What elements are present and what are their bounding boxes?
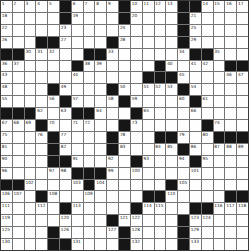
grid-cell[interactable]: 21 — [190, 13, 201, 24]
grid-cell[interactable] — [166, 49, 177, 60]
grid-cell[interactable] — [131, 61, 142, 72]
grid-cell[interactable]: 100 — [131, 168, 142, 179]
grid-cell[interactable] — [48, 203, 59, 214]
grid-cell[interactable] — [95, 13, 106, 24]
grid-cell[interactable]: 72 — [84, 120, 95, 131]
grid-cell[interactable] — [155, 180, 166, 191]
grid-cell[interactable]: 52 — [155, 84, 166, 95]
grid-cell[interactable] — [237, 25, 248, 36]
grid-cell[interactable]: 76 — [36, 132, 47, 143]
grid-cell[interactable] — [237, 239, 248, 250]
grid-cell[interactable]: 25 — [190, 25, 201, 36]
grid-cell[interactable]: 69 — [25, 120, 36, 131]
grid-cell[interactable] — [84, 72, 95, 83]
grid-cell[interactable] — [84, 203, 95, 214]
grid-cell[interactable]: 102 — [25, 180, 36, 191]
grid-cell[interactable] — [131, 191, 142, 202]
grid-cell[interactable]: 101 — [190, 168, 201, 179]
grid-cell[interactable]: 133 — [190, 239, 201, 250]
grid-cell[interactable] — [202, 239, 213, 250]
grid-cell[interactable]: 62 — [36, 108, 47, 119]
grid-cell[interactable]: 42 — [202, 61, 213, 72]
grid-cell[interactable] — [143, 132, 154, 143]
grid-cell[interactable] — [72, 37, 83, 48]
grid-cell[interactable]: 29 — [190, 37, 201, 48]
grid-cell[interactable] — [25, 215, 36, 226]
grid-cell[interactable] — [95, 25, 106, 36]
grid-cell[interactable] — [13, 168, 24, 179]
grid-cell[interactable] — [36, 72, 47, 83]
grid-cell[interactable] — [131, 84, 142, 95]
grid-cell[interactable] — [225, 25, 236, 36]
grid-cell[interactable] — [166, 37, 177, 48]
grid-cell[interactable] — [131, 132, 142, 143]
grid-cell[interactable]: 122 — [131, 215, 142, 226]
grid-cell[interactable] — [13, 37, 24, 48]
grid-cell[interactable] — [237, 168, 248, 179]
grid-cell[interactable]: 70 — [48, 120, 59, 131]
grid-cell[interactable] — [214, 37, 225, 48]
grid-cell[interactable] — [131, 49, 142, 60]
grid-cell[interactable] — [143, 25, 154, 36]
grid-cell[interactable]: 89 — [237, 144, 248, 155]
grid-cell[interactable] — [214, 61, 225, 72]
grid-cell[interactable] — [13, 13, 24, 24]
grid-cell[interactable] — [225, 156, 236, 167]
grid-cell[interactable] — [131, 72, 142, 83]
grid-cell[interactable] — [155, 120, 166, 131]
grid-cell[interactable] — [13, 72, 24, 83]
grid-cell[interactable] — [237, 108, 248, 119]
grid-cell[interactable]: 79 — [178, 132, 189, 143]
grid-cell[interactable] — [225, 120, 236, 131]
grid-cell[interactable] — [143, 168, 154, 179]
grid-cell[interactable] — [166, 168, 177, 179]
grid-cell[interactable]: 27 — [60, 37, 71, 48]
grid-cell[interactable]: 7 — [84, 1, 95, 12]
grid-cell[interactable] — [95, 215, 106, 226]
grid-cell[interactable]: 108 — [48, 191, 59, 202]
grid-cell[interactable] — [190, 191, 201, 202]
grid-cell[interactable]: 30 — [25, 49, 36, 60]
grid-cell[interactable]: 23 — [60, 25, 71, 36]
grid-cell[interactable]: 54 — [190, 84, 201, 95]
grid-cell[interactable] — [119, 156, 130, 167]
grid-cell[interactable] — [143, 96, 154, 107]
grid-cell[interactable]: 60 — [178, 96, 189, 107]
grid-cell[interactable] — [95, 96, 106, 107]
grid-cell[interactable] — [72, 215, 83, 226]
grid-cell[interactable] — [214, 156, 225, 167]
grid-cell[interactable]: 98 — [60, 168, 71, 179]
grid-cell[interactable] — [107, 72, 118, 83]
grid-cell[interactable]: 78 — [119, 132, 130, 143]
grid-cell[interactable] — [107, 180, 118, 191]
grid-cell[interactable]: 44 — [72, 72, 83, 83]
grid-cell[interactable] — [155, 156, 166, 167]
grid-cell[interactable] — [237, 49, 248, 60]
grid-cell[interactable]: 24 — [119, 25, 130, 36]
grid-cell[interactable] — [131, 37, 142, 48]
grid-cell[interactable] — [107, 203, 118, 214]
grid-cell[interactable] — [13, 215, 24, 226]
grid-cell[interactable] — [225, 215, 236, 226]
grid-cell[interactable] — [107, 120, 118, 131]
grid-cell[interactable]: 75 — [1, 132, 12, 143]
grid-cell[interactable] — [107, 25, 118, 36]
grid-cell[interactable] — [25, 239, 36, 250]
grid-cell[interactable]: 5 — [48, 1, 59, 12]
grid-cell[interactable] — [95, 144, 106, 155]
grid-cell[interactable] — [48, 215, 59, 226]
grid-cell[interactable]: 71 — [72, 120, 83, 131]
grid-cell[interactable] — [202, 227, 213, 238]
grid-cell[interactable]: 123 — [190, 215, 201, 226]
grid-cell[interactable] — [155, 49, 166, 60]
grid-cell[interactable] — [95, 37, 106, 48]
grid-cell[interactable]: 120 — [60, 215, 71, 226]
grid-cell[interactable] — [13, 96, 24, 107]
grid-cell[interactable]: 37 — [13, 61, 24, 72]
grid-cell[interactable]: 48 — [1, 84, 12, 95]
grid-cell[interactable]: 9 — [107, 1, 118, 12]
grid-cell[interactable]: 110 — [166, 191, 177, 202]
grid-cell[interactable]: 63 — [60, 108, 71, 119]
grid-cell[interactable] — [84, 239, 95, 250]
grid-cell[interactable]: 118 — [237, 203, 248, 214]
grid-cell[interactable] — [202, 180, 213, 191]
grid-cell[interactable]: 2 — [13, 1, 24, 12]
grid-cell[interactable] — [166, 13, 177, 24]
grid-cell[interactable]: 6 — [72, 1, 83, 12]
grid-cell[interactable] — [13, 25, 24, 36]
grid-cell[interactable] — [190, 120, 201, 131]
grid-cell[interactable] — [155, 168, 166, 179]
grid-cell[interactable]: 84 — [155, 144, 166, 155]
grid-cell[interactable] — [60, 191, 71, 202]
grid-cell[interactable]: 43 — [1, 72, 12, 83]
grid-cell[interactable]: 85 — [166, 144, 177, 155]
grid-cell[interactable] — [84, 227, 95, 238]
grid-cell[interactable] — [95, 227, 106, 238]
grid-cell[interactable]: 47 — [237, 72, 248, 83]
grid-cell[interactable]: 15 — [214, 1, 225, 12]
grid-cell[interactable]: 112 — [36, 203, 47, 214]
grid-cell[interactable] — [237, 227, 248, 238]
grid-cell[interactable] — [119, 108, 130, 119]
grid-cell[interactable] — [178, 61, 189, 72]
grid-cell[interactable] — [214, 84, 225, 95]
grid-cell[interactable] — [214, 239, 225, 250]
grid-cell[interactable] — [155, 96, 166, 107]
grid-cell[interactable]: 132 — [131, 239, 142, 250]
grid-cell[interactable] — [214, 108, 225, 119]
grid-cell[interactable] — [166, 156, 177, 167]
grid-cell[interactable] — [84, 84, 95, 95]
grid-cell[interactable]: 82 — [60, 144, 71, 155]
grid-cell[interactable] — [190, 132, 201, 143]
grid-cell[interactable] — [143, 61, 154, 72]
grid-cell[interactable] — [36, 144, 47, 155]
grid-cell[interactable] — [178, 108, 189, 119]
grid-cell[interactable]: 80 — [202, 132, 213, 143]
grid-cell[interactable]: 68 — [13, 120, 24, 131]
grid-cell[interactable] — [48, 61, 59, 72]
grid-cell[interactable]: 83 — [119, 144, 130, 155]
grid-cell[interactable] — [166, 239, 177, 250]
grid-cell[interactable] — [36, 215, 47, 226]
grid-cell[interactable] — [119, 180, 130, 191]
grid-cell[interactable]: 61 — [202, 96, 213, 107]
grid-cell[interactable] — [84, 37, 95, 48]
grid-cell[interactable] — [48, 108, 59, 119]
grid-cell[interactable]: 36 — [1, 61, 12, 72]
grid-cell[interactable] — [119, 61, 130, 72]
grid-cell[interactable]: 56 — [48, 96, 59, 107]
grid-cell[interactable]: 99 — [107, 168, 118, 179]
grid-cell[interactable] — [48, 25, 59, 36]
grid-cell[interactable]: 13 — [166, 1, 177, 12]
grid-cell[interactable] — [131, 25, 142, 36]
grid-cell[interactable]: 127 — [107, 227, 118, 238]
grid-cell[interactable] — [202, 144, 213, 155]
grid-cell[interactable] — [178, 203, 189, 214]
grid-cell[interactable]: 66 — [190, 108, 201, 119]
grid-cell[interactable]: 88 — [225, 144, 236, 155]
grid-cell[interactable] — [214, 13, 225, 24]
grid-cell[interactable] — [36, 61, 47, 72]
grid-cell[interactable] — [107, 239, 118, 250]
grid-cell[interactable] — [25, 191, 36, 202]
grid-cell[interactable] — [107, 61, 118, 72]
grid-cell[interactable] — [72, 144, 83, 155]
grid-cell[interactable] — [36, 180, 47, 191]
grid-cell[interactable] — [60, 61, 71, 72]
grid-cell[interactable]: 119 — [1, 215, 12, 226]
grid-cell[interactable] — [214, 215, 225, 226]
grid-cell[interactable] — [13, 239, 24, 250]
grid-cell[interactable]: 64 — [95, 108, 106, 119]
grid-cell[interactable] — [155, 227, 166, 238]
grid-cell[interactable] — [166, 25, 177, 36]
grid-cell[interactable]: 59 — [131, 96, 142, 107]
grid-cell[interactable] — [214, 25, 225, 36]
grid-cell[interactable] — [143, 13, 154, 24]
grid-cell[interactable] — [166, 215, 177, 226]
grid-cell[interactable]: 111 — [1, 203, 12, 214]
grid-cell[interactable]: 19 — [72, 13, 83, 24]
grid-cell[interactable] — [166, 227, 177, 238]
grid-cell[interactable] — [95, 72, 106, 83]
grid-cell[interactable]: 97 — [48, 168, 59, 179]
grid-cell[interactable]: 94 — [178, 156, 189, 167]
grid-cell[interactable] — [131, 144, 142, 155]
grid-cell[interactable] — [143, 120, 154, 131]
grid-cell[interactable] — [36, 168, 47, 179]
grid-cell[interactable] — [214, 72, 225, 83]
grid-cell[interactable] — [119, 72, 130, 83]
grid-cell[interactable]: 131 — [72, 239, 83, 250]
grid-cell[interactable] — [84, 215, 95, 226]
grid-cell[interactable] — [143, 239, 154, 250]
grid-cell[interactable] — [72, 227, 83, 238]
grid-cell[interactable] — [25, 72, 36, 83]
grid-cell[interactable]: 57 — [72, 96, 83, 107]
grid-cell[interactable] — [214, 96, 225, 107]
grid-cell[interactable]: 105 — [178, 180, 189, 191]
grid-cell[interactable] — [225, 49, 236, 60]
grid-cell[interactable] — [237, 156, 248, 167]
grid-cell[interactable] — [178, 168, 189, 179]
grid-cell[interactable]: 58 — [107, 96, 118, 107]
grid-cell[interactable] — [143, 180, 154, 191]
grid-cell[interactable] — [155, 37, 166, 48]
grid-cell[interactable] — [25, 25, 36, 36]
grid-cell[interactable]: 28 — [119, 37, 130, 48]
grid-cell[interactable] — [143, 49, 154, 60]
grid-cell[interactable] — [214, 191, 225, 202]
grid-cell[interactable] — [190, 180, 201, 191]
grid-cell[interactable]: 126 — [60, 227, 71, 238]
grid-cell[interactable] — [36, 84, 47, 95]
grid-cell[interactable]: 3 — [25, 1, 36, 12]
grid-cell[interactable] — [225, 13, 236, 24]
grid-cell[interactable]: 41 — [190, 61, 201, 72]
grid-cell[interactable] — [143, 227, 154, 238]
grid-cell[interactable] — [25, 203, 36, 214]
grid-cell[interactable]: 129 — [190, 227, 201, 238]
grid-cell[interactable] — [25, 132, 36, 143]
grid-cell[interactable] — [155, 239, 166, 250]
grid-cell[interactable] — [237, 215, 248, 226]
grid-cell[interactable]: 109 — [84, 191, 95, 202]
grid-cell[interactable] — [202, 25, 213, 36]
grid-cell[interactable]: 124 — [202, 215, 213, 226]
grid-cell[interactable]: 45 — [178, 72, 189, 83]
grid-cell[interactable] — [237, 96, 248, 107]
grid-cell[interactable]: 81 — [1, 144, 12, 155]
grid-cell[interactable]: 103 — [72, 180, 83, 191]
grid-cell[interactable]: 106 — [1, 191, 12, 202]
grid-cell[interactable]: 33 — [107, 49, 118, 60]
grid-cell[interactable] — [72, 191, 83, 202]
grid-cell[interactable]: 35 — [214, 49, 225, 60]
grid-cell[interactable] — [131, 180, 142, 191]
grid-cell[interactable] — [143, 215, 154, 226]
grid-cell[interactable] — [225, 37, 236, 48]
grid-cell[interactable] — [225, 84, 236, 95]
grid-cell[interactable]: 130 — [1, 239, 12, 250]
grid-cell[interactable] — [95, 84, 106, 95]
grid-cell[interactable]: 74 — [214, 120, 225, 131]
grid-cell[interactable]: 95 — [202, 156, 213, 167]
grid-cell[interactable] — [202, 84, 213, 95]
grid-cell[interactable] — [214, 180, 225, 191]
grid-cell[interactable] — [25, 96, 36, 107]
grid-cell[interactable] — [25, 61, 36, 72]
grid-cell[interactable]: 32 — [48, 49, 59, 60]
grid-cell[interactable] — [155, 108, 166, 119]
grid-cell[interactable] — [237, 120, 248, 131]
grid-cell[interactable] — [25, 156, 36, 167]
grid-cell[interactable]: 90 — [1, 156, 12, 167]
grid-cell[interactable]: 93 — [143, 156, 154, 167]
grid-cell[interactable] — [155, 215, 166, 226]
grid-cell[interactable] — [107, 108, 118, 119]
grid-cell[interactable] — [155, 25, 166, 36]
grid-cell[interactable]: 121 — [119, 215, 130, 226]
grid-cell[interactable] — [13, 156, 24, 167]
grid-cell[interactable]: 125 — [1, 227, 12, 238]
grid-cell[interactable] — [225, 96, 236, 107]
grid-cell[interactable] — [119, 168, 130, 179]
grid-cell[interactable] — [202, 37, 213, 48]
grid-cell[interactable] — [95, 120, 106, 131]
grid-cell[interactable] — [72, 25, 83, 36]
grid-cell[interactable]: 49 — [60, 84, 71, 95]
grid-cell[interactable] — [166, 108, 177, 119]
grid-cell[interactable] — [178, 120, 189, 131]
grid-cell[interactable] — [48, 72, 59, 83]
grid-cell[interactable]: 87 — [214, 144, 225, 155]
grid-cell[interactable]: 73 — [131, 120, 142, 131]
grid-cell[interactable] — [119, 203, 130, 214]
grid-cell[interactable]: 39 — [95, 61, 106, 72]
grid-cell[interactable]: 128 — [131, 227, 142, 238]
grid-cell[interactable]: 107 — [13, 191, 24, 202]
grid-cell[interactable] — [84, 156, 95, 167]
grid-cell[interactable] — [237, 37, 248, 48]
grid-cell[interactable] — [225, 227, 236, 238]
grid-cell[interactable] — [225, 180, 236, 191]
grid-cell[interactable] — [143, 144, 154, 155]
grid-cell[interactable] — [13, 144, 24, 155]
grid-cell[interactable] — [60, 72, 71, 83]
grid-cell[interactable]: 34 — [178, 49, 189, 60]
grid-cell[interactable] — [72, 49, 83, 60]
grid-cell[interactable]: 20 — [131, 13, 142, 24]
grid-cell[interactable] — [225, 239, 236, 250]
grid-cell[interactable]: 17 — [237, 1, 248, 12]
grid-cell[interactable] — [190, 72, 201, 83]
grid-cell[interactable] — [95, 203, 106, 214]
grid-cell[interactable]: 65 — [143, 108, 154, 119]
grid-cell[interactable] — [166, 120, 177, 131]
grid-cell[interactable] — [95, 132, 106, 143]
grid-cell[interactable] — [60, 180, 71, 191]
grid-cell[interactable]: 50 — [119, 84, 130, 95]
grid-cell[interactable] — [166, 203, 177, 214]
grid-cell[interactable] — [119, 49, 130, 60]
grid-cell[interactable]: 14 — [202, 1, 213, 12]
grid-cell[interactable] — [25, 37, 36, 48]
grid-cell[interactable] — [84, 96, 95, 107]
grid-cell[interactable] — [72, 84, 83, 95]
grid-cell[interactable] — [13, 227, 24, 238]
grid-cell[interactable] — [214, 227, 225, 238]
grid-cell[interactable] — [225, 108, 236, 119]
grid-cell[interactable] — [25, 84, 36, 95]
grid-cell[interactable] — [202, 72, 213, 83]
grid-cell[interactable]: 92 — [107, 156, 118, 167]
grid-cell[interactable] — [60, 120, 71, 131]
grid-cell[interactable]: 46 — [225, 72, 236, 83]
grid-cell[interactable]: 117 — [225, 203, 236, 214]
grid-cell[interactable]: 26 — [1, 37, 12, 48]
grid-cell[interactable]: 40 — [166, 61, 177, 72]
grid-cell[interactable] — [143, 37, 154, 48]
grid-cell[interactable] — [84, 132, 95, 143]
